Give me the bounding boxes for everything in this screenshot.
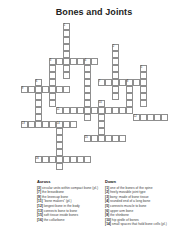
grid-blank [105, 58, 112, 65]
grid-blank [77, 30, 84, 37]
grid-blank [126, 30, 133, 37]
grid-blank [35, 58, 42, 65]
grid-cell[interactable] [56, 86, 63, 93]
grid-cell[interactable] [91, 107, 98, 114]
grid-blank [21, 93, 28, 100]
grid-cell[interactable] [112, 135, 119, 142]
grid-blank [133, 142, 140, 149]
grid-cell[interactable] [35, 93, 42, 100]
grid-blank [119, 30, 126, 37]
grid-cell[interactable]: 9 [21, 86, 28, 93]
grid-blank [133, 72, 140, 79]
grid-cell[interactable] [84, 156, 91, 163]
clue-number: [16] [37, 218, 44, 222]
grid-blank [77, 44, 84, 51]
clue-number: [9] [37, 195, 42, 199]
grid-blank [133, 121, 140, 128]
grid-cell[interactable] [63, 107, 70, 114]
grid-blank [126, 44, 133, 51]
grid-blank [42, 58, 49, 65]
grid-blank [154, 107, 161, 114]
grid-cell[interactable] [98, 128, 105, 135]
grid-blank [147, 100, 154, 107]
grid-blank [112, 121, 119, 128]
grid-blank [70, 51, 77, 58]
grid-blank [56, 72, 63, 79]
grid-cell[interactable] [63, 30, 70, 37]
grid-cell[interactable] [49, 100, 56, 107]
grid-cell[interactable] [56, 163, 63, 170]
grid-blank [35, 30, 42, 37]
grid-blank [119, 86, 126, 93]
grid-blank [98, 142, 105, 149]
grid-blank [154, 30, 161, 37]
grid-blank [77, 100, 84, 107]
grid-blank [98, 93, 105, 100]
grid-blank [140, 37, 147, 44]
grid-cell[interactable]: 13 [21, 121, 28, 128]
grid-blank [91, 114, 98, 121]
grid-blank [91, 51, 98, 58]
grid-cell[interactable] [42, 121, 49, 128]
grid-blank [154, 23, 161, 30]
grid-cell[interactable] [35, 114, 42, 121]
grid-blank [21, 23, 28, 30]
grid-cell[interactable] [84, 100, 91, 107]
grid-blank [112, 149, 119, 156]
clue-number: [8] [105, 213, 110, 217]
grid-blank [91, 86, 98, 93]
grid-blank [119, 100, 126, 107]
grid-blank [56, 44, 63, 51]
grid-blank [112, 142, 119, 149]
grid-cell[interactable] [140, 72, 147, 79]
grid-blank [49, 51, 56, 58]
grid-cell[interactable] [77, 107, 84, 114]
grid-cell[interactable]: 3 [49, 58, 56, 65]
grid-cell[interactable] [35, 121, 42, 128]
clue-number: [15] [37, 213, 44, 217]
grid-cell[interactable]: 2 [112, 44, 119, 51]
grid-cell[interactable] [49, 93, 56, 100]
grid-cell[interactable]: 1 [63, 23, 70, 30]
grid-blank [35, 44, 42, 51]
grid-cell[interactable] [140, 114, 147, 121]
grid-blank [21, 156, 28, 163]
grid-blank [161, 51, 168, 58]
grid-blank [28, 156, 35, 163]
grid-blank [140, 58, 147, 65]
grid-blank [21, 149, 28, 156]
across-header: Across [37, 179, 98, 184]
grid-cell[interactable] [84, 79, 91, 86]
grid-blank [21, 65, 28, 72]
grid-cell[interactable] [98, 107, 105, 114]
grid-blank [105, 23, 112, 30]
clue-number: [1] [105, 186, 110, 190]
grid-blank [91, 37, 98, 44]
grid-cell[interactable] [119, 135, 126, 142]
cell-number: 3 [50, 59, 51, 62]
grid-blank [84, 37, 91, 44]
grid-cell[interactable] [84, 93, 91, 100]
grid-blank [119, 23, 126, 30]
grid-blank [140, 30, 147, 37]
grid-blank [154, 121, 161, 128]
grid-blank [105, 128, 112, 135]
grid-blank [28, 142, 35, 149]
cell-number: 10 [99, 101, 102, 104]
grid-blank [154, 72, 161, 79]
grid-blank [35, 163, 42, 170]
grid-cell[interactable] [112, 51, 119, 58]
grid-cell[interactable] [126, 93, 133, 100]
grid-cell[interactable] [28, 121, 35, 128]
grid-cell[interactable] [56, 128, 63, 135]
clue-number: [3] [37, 186, 42, 190]
grid-cell[interactable]: 5 [140, 65, 147, 72]
grid-blank [63, 79, 70, 86]
grid-blank [42, 107, 49, 114]
grid-cell[interactable] [147, 114, 154, 121]
grid-cell[interactable] [119, 79, 126, 86]
grid-blank [91, 121, 98, 128]
grid-blank [154, 93, 161, 100]
grid-cell[interactable] [63, 51, 70, 58]
grid-cell[interactable] [133, 79, 140, 86]
grid-blank [28, 163, 35, 170]
grid-cell[interactable]: 7 [98, 79, 105, 86]
grid-cell[interactable] [49, 121, 56, 128]
cell-number: 13 [22, 122, 25, 125]
grid-blank [161, 72, 168, 79]
grid-blank [28, 79, 35, 86]
grid-cell[interactable] [35, 86, 42, 93]
grid-cell[interactable] [105, 107, 112, 114]
grid-cell[interactable]: 11 [56, 107, 63, 114]
grid-blank [56, 100, 63, 107]
grid-blank [126, 58, 133, 65]
grid-cell[interactable] [119, 107, 126, 114]
grid-cell[interactable] [91, 58, 98, 65]
grid-cell[interactable] [105, 135, 112, 142]
grid-blank [35, 51, 42, 58]
grid-blank [112, 100, 119, 107]
grid-blank [49, 135, 56, 142]
grid-blank [42, 149, 49, 156]
grid-blank [70, 135, 77, 142]
grid-blank [42, 44, 49, 51]
grid-cell[interactable] [126, 86, 133, 93]
grid-cell[interactable] [112, 93, 119, 100]
grid-cell[interactable] [35, 100, 42, 107]
grid-blank [91, 128, 98, 135]
grid-cell[interactable] [63, 86, 70, 93]
grid-cell[interactable] [70, 156, 77, 163]
grid-cell[interactable] [63, 58, 70, 65]
grid-blank [119, 37, 126, 44]
grid-blank [154, 128, 161, 135]
grid-cell[interactable] [126, 107, 133, 114]
grid-blank [105, 114, 112, 121]
grid-blank [154, 65, 161, 72]
down-header: Down [105, 179, 185, 184]
grid-blank [147, 72, 154, 79]
grid-cell[interactable] [98, 121, 105, 128]
grid-blank [49, 107, 56, 114]
grid-blank [63, 128, 70, 135]
grid-blank [84, 121, 91, 128]
grid-blank [28, 23, 35, 30]
grid-blank [105, 121, 112, 128]
grid-cell[interactable] [70, 121, 77, 128]
grid-blank [28, 44, 35, 51]
grid-cell[interactable] [154, 114, 161, 121]
grid-blank [140, 23, 147, 30]
grid-cell[interactable] [56, 149, 63, 156]
grid-cell[interactable] [42, 156, 49, 163]
grid-cell[interactable] [49, 156, 56, 163]
grid-cell[interactable] [105, 79, 112, 86]
grid-blank [133, 65, 140, 72]
grid-cell[interactable] [49, 72, 56, 79]
grid-blank [147, 156, 154, 163]
grid-cell[interactable] [42, 86, 49, 93]
grid-blank [147, 93, 154, 100]
grid-blank [112, 30, 119, 37]
grid-cell[interactable]: 16 [35, 156, 42, 163]
grid-blank [49, 23, 56, 30]
grid-cell[interactable] [63, 121, 70, 128]
grid-blank [140, 135, 147, 142]
grid-blank [28, 135, 35, 142]
grid-cell[interactable] [63, 156, 70, 163]
grid-blank [98, 58, 105, 65]
grid-blank [98, 156, 105, 163]
grid-blank [126, 114, 133, 121]
grid-blank [63, 114, 70, 121]
grid-blank [35, 128, 42, 135]
grid-cell[interactable] [56, 135, 63, 142]
grid-blank [77, 149, 84, 156]
grid-cell[interactable] [112, 58, 119, 65]
grid-cell[interactable] [140, 86, 147, 93]
grid-blank [98, 86, 105, 93]
grid-blank [56, 51, 63, 58]
grid-blank [154, 100, 161, 107]
grid-blank [133, 107, 140, 114]
grid-cell[interactable]: 15 [84, 135, 91, 142]
grid-cell[interactable] [112, 72, 119, 79]
grid-cell[interactable]: 14 [56, 121, 63, 128]
grid-blank [112, 23, 119, 30]
grid-blank [119, 72, 126, 79]
grid-cell[interactable] [98, 114, 105, 121]
grid-blank [84, 51, 91, 58]
grid-blank [147, 37, 154, 44]
grid-blank [147, 163, 154, 170]
grid-blank [161, 86, 168, 93]
grid-blank [161, 58, 168, 65]
grid-blank [21, 58, 28, 65]
grid-cell[interactable] [126, 100, 133, 107]
grid-blank [49, 142, 56, 149]
grid-blank [98, 23, 105, 30]
clue-item: [14] small spaces that hold bone cells (… [105, 222, 185, 227]
grid-blank [35, 72, 42, 79]
grid-cell[interactable] [84, 86, 91, 93]
grid-blank [42, 100, 49, 107]
grid-cell[interactable] [84, 72, 91, 79]
grid-blank [91, 100, 98, 107]
grid-blank [56, 23, 63, 30]
grid-blank [133, 37, 140, 44]
grid-blank [161, 23, 168, 30]
grid-cell[interactable] [63, 72, 70, 79]
grid-cell[interactable] [140, 79, 147, 86]
clue-number: [7] [37, 190, 42, 194]
grid-blank [105, 156, 112, 163]
grid-blank [21, 51, 28, 58]
grid-blank [28, 149, 35, 156]
grid-blank [70, 37, 77, 44]
grid-blank [28, 30, 35, 37]
grid-blank [28, 107, 35, 114]
grid-blank [63, 142, 70, 149]
grid-cell[interactable] [112, 79, 119, 86]
grid-cell[interactable] [84, 65, 91, 72]
grid-blank [133, 128, 140, 135]
grid-cell[interactable] [70, 58, 77, 65]
grid-cell[interactable]: 6 [35, 79, 42, 86]
grid-blank [77, 23, 84, 30]
grid-blank [91, 149, 98, 156]
grid-blank [91, 72, 98, 79]
grid-cell[interactable] [77, 156, 84, 163]
grid-cell[interactable] [63, 37, 70, 44]
clue-number: [5] [105, 204, 110, 208]
grid-blank [21, 79, 28, 86]
grid-cell[interactable] [77, 58, 84, 65]
grid-blank [133, 86, 140, 93]
grid-blank [77, 65, 84, 72]
grid-cell[interactable] [56, 156, 63, 163]
grid-cell[interactable] [98, 135, 105, 142]
grid-blank [140, 149, 147, 156]
grid-blank [84, 149, 91, 156]
cell-number: 11 [57, 108, 60, 111]
grid-blank [147, 107, 154, 114]
grid-blank [119, 51, 126, 58]
grid-cell[interactable]: 4 [84, 58, 91, 65]
grid-cell[interactable]: 12 [133, 114, 140, 121]
grid-blank [119, 163, 126, 170]
grid-blank [126, 135, 133, 142]
grid-cell[interactable] [112, 86, 119, 93]
grid-blank [119, 142, 126, 149]
grid-blank [35, 149, 42, 156]
grid-blank [42, 72, 49, 79]
grid-cell[interactable] [49, 79, 56, 86]
grid-cell[interactable] [70, 107, 77, 114]
grid-cell[interactable] [161, 114, 168, 121]
grid-cell[interactable]: 8 [126, 79, 133, 86]
grid-blank [28, 128, 35, 135]
grid-cell[interactable] [49, 65, 56, 72]
grid-cell[interactable]: 10 [98, 100, 105, 107]
grid-cell[interactable] [140, 100, 147, 107]
grid-cell[interactable] [63, 65, 70, 72]
grid-blank [21, 128, 28, 135]
grid-blank [98, 37, 105, 44]
grid-blank [84, 30, 91, 37]
grid-blank [21, 37, 28, 44]
clue-number: [13] [37, 209, 44, 213]
grid-blank [21, 114, 28, 121]
grid-blank [84, 163, 91, 170]
clue-number: [3] [105, 195, 110, 199]
clue-lists: Across [3] circular units within compact… [37, 179, 188, 227]
grid-blank [105, 100, 112, 107]
cell-number: 15 [85, 136, 88, 139]
grid-cell[interactable] [56, 142, 63, 149]
grid-blank [56, 65, 63, 72]
grid-cell[interactable] [84, 114, 91, 121]
grid-cell[interactable] [112, 65, 119, 72]
grid-blank [49, 30, 56, 37]
grid-blank [133, 93, 140, 100]
cell-number: 16 [36, 157, 39, 160]
grid-blank [28, 93, 35, 100]
cell-number: 9 [22, 87, 23, 90]
grid-blank [119, 114, 126, 121]
grid-blank [154, 149, 161, 156]
grid-blank [91, 156, 98, 163]
grid-blank [77, 37, 84, 44]
cell-number: 4 [85, 59, 86, 62]
grid-blank [42, 163, 49, 170]
grid-cell[interactable] [140, 93, 147, 100]
grid-blank [98, 163, 105, 170]
clue-number: [2] [105, 190, 110, 194]
grid-blank [133, 23, 140, 30]
grid-blank [161, 79, 168, 86]
grid-cell[interactable] [91, 135, 98, 142]
grid-cell[interactable] [84, 107, 91, 114]
grid-blank [126, 149, 133, 156]
grid-blank [126, 37, 133, 44]
grid-blank [161, 44, 168, 51]
grid-blank [98, 44, 105, 51]
grid-blank [133, 51, 140, 58]
grid-cell[interactable] [112, 107, 119, 114]
grid-blank [63, 163, 70, 170]
grid-blank [119, 44, 126, 51]
grid-cell[interactable] [35, 107, 42, 114]
grid-blank [77, 93, 84, 100]
grid-blank [42, 51, 49, 58]
grid-cell[interactable] [63, 44, 70, 51]
grid-blank [77, 51, 84, 58]
grid-cell[interactable] [49, 86, 56, 93]
grid-blank [56, 37, 63, 44]
grid-cell[interactable] [28, 86, 35, 93]
grid-cell[interactable] [56, 58, 63, 65]
grid-blank [147, 30, 154, 37]
grid-blank [49, 44, 56, 51]
grid-blank [140, 121, 147, 128]
grid-blank [91, 163, 98, 170]
